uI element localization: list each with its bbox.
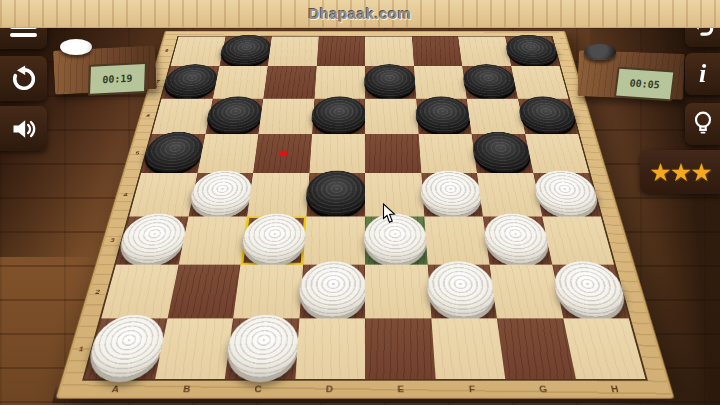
- square-c7[interactable]: [263, 66, 316, 98]
- square-f4[interactable]: [421, 173, 483, 216]
- white-player-clock: 00:19: [48, 38, 160, 96]
- square-g7[interactable]: [462, 66, 517, 98]
- square-c8[interactable]: [268, 37, 319, 67]
- restart-button[interactable]: [0, 56, 47, 101]
- square-f5[interactable]: [418, 134, 477, 173]
- square-h2[interactable]: [552, 265, 629, 319]
- file-label-b: B: [149, 381, 223, 397]
- square-c2[interactable]: [233, 265, 303, 319]
- square-e2[interactable]: [365, 265, 431, 319]
- square-e3[interactable]: [365, 216, 427, 264]
- mouse-cursor: [382, 203, 396, 224]
- white-checker-b4[interactable]: [187, 171, 254, 216]
- black-checker-f6[interactable]: [415, 97, 473, 134]
- square-b2[interactable]: [167, 265, 240, 319]
- square-a4[interactable]: [129, 173, 197, 216]
- square-c4[interactable]: [247, 173, 309, 216]
- stars: ★★★: [649, 160, 710, 185]
- black-clock-display: 00:05: [614, 67, 676, 102]
- square-f6[interactable]: [416, 99, 472, 135]
- site-banner-text: Dhapaak.com: [308, 5, 411, 22]
- square-g3[interactable]: [483, 216, 552, 264]
- square-e6[interactable]: [365, 99, 418, 135]
- square-d2[interactable]: [299, 265, 365, 319]
- white-clock-button: [60, 39, 92, 55]
- white-checker-h4[interactable]: [531, 171, 601, 216]
- black-clock-button: [584, 44, 616, 60]
- file-label-d: D: [293, 381, 365, 397]
- white-checker-a3[interactable]: [115, 214, 190, 264]
- square-h4[interactable]: [533, 173, 601, 216]
- difficulty-stars[interactable]: ★★★: [640, 150, 720, 194]
- square-c3[interactable]: [240, 216, 306, 264]
- star-1: ★: [649, 160, 669, 185]
- square-g5[interactable]: [472, 134, 533, 173]
- square-g6[interactable]: [467, 99, 525, 135]
- square-d8[interactable]: [316, 37, 365, 67]
- square-b7[interactable]: [212, 66, 267, 98]
- restart-icon: [10, 65, 38, 93]
- square-a3[interactable]: [116, 216, 188, 264]
- black-checker-g5[interactable]: [470, 132, 534, 173]
- square-a1[interactable]: [84, 318, 167, 379]
- square-h6[interactable]: [518, 99, 579, 135]
- star-3: ★: [690, 160, 710, 185]
- lightbulb-icon: [690, 110, 716, 138]
- square-f2[interactable]: [427, 265, 497, 319]
- black-checker-a7[interactable]: [161, 64, 221, 98]
- square-b3[interactable]: [178, 216, 247, 264]
- star-2: ★: [670, 160, 690, 185]
- square-d5[interactable]: [309, 134, 365, 173]
- square-f8[interactable]: [412, 37, 463, 67]
- square-h8[interactable]: [505, 37, 560, 67]
- square-a5[interactable]: [141, 134, 205, 173]
- square-h7[interactable]: [511, 66, 569, 98]
- file-label-c: C: [221, 381, 294, 397]
- square-g4[interactable]: [477, 173, 542, 216]
- square-g2[interactable]: [490, 265, 563, 319]
- square-e7[interactable]: [365, 66, 416, 98]
- black-checker-h8[interactable]: [503, 35, 560, 66]
- white-checker-d2[interactable]: [298, 262, 367, 318]
- square-d4[interactable]: [306, 173, 365, 216]
- square-c5[interactable]: [253, 134, 312, 173]
- black-checker-b6[interactable]: [204, 97, 264, 134]
- white-checker-f4[interactable]: [420, 171, 484, 216]
- white-checker-f2[interactable]: [426, 262, 498, 318]
- file-label-e: E: [365, 381, 437, 397]
- square-b1[interactable]: [155, 318, 233, 379]
- speaker-icon: [10, 115, 38, 143]
- sound-button[interactable]: [0, 106, 47, 151]
- square-a6[interactable]: [152, 99, 213, 135]
- square-f1[interactable]: [431, 318, 505, 379]
- square-c1[interactable]: [225, 318, 299, 379]
- black-checker-e7[interactable]: [364, 64, 417, 98]
- square-d3[interactable]: [303, 216, 365, 264]
- square-b4[interactable]: [188, 173, 253, 216]
- square-f3[interactable]: [424, 216, 490, 264]
- square-h5[interactable]: [525, 134, 589, 173]
- square-b8[interactable]: [219, 37, 272, 67]
- square-b5[interactable]: [197, 134, 258, 173]
- file-label-a: A: [77, 381, 152, 397]
- white-checker-e3[interactable]: [364, 214, 429, 264]
- black-checker-a5[interactable]: [140, 132, 206, 173]
- square-a8[interactable]: [170, 37, 225, 67]
- square-d7[interactable]: [314, 66, 365, 98]
- site-banner: Dhapaak.com: [0, 0, 720, 28]
- square-e1[interactable]: [365, 318, 435, 379]
- game-screen: Dhapaak.com 87654321 ABCDEFGH i: [0, 0, 720, 405]
- black-checker-d4[interactable]: [305, 171, 366, 216]
- square-h1[interactable]: [563, 318, 646, 379]
- black-checker-b8[interactable]: [218, 35, 273, 66]
- hint-button[interactable]: [685, 103, 720, 145]
- square-g1[interactable]: [497, 318, 575, 379]
- file-label-f: F: [436, 381, 509, 397]
- square-a7[interactable]: [162, 66, 220, 98]
- square-e8[interactable]: [365, 37, 414, 67]
- square-a2[interactable]: [101, 265, 178, 319]
- file-labels: ABCDEFGH: [77, 381, 652, 397]
- square-b6[interactable]: [205, 99, 263, 135]
- white-clock-display: 00:19: [88, 62, 147, 96]
- last-move-marker: [278, 150, 288, 156]
- white-checker-c3[interactable]: [239, 214, 307, 264]
- square-c6[interactable]: [258, 99, 314, 135]
- file-label-h: H: [577, 381, 652, 397]
- square-d6[interactable]: [312, 99, 365, 135]
- board-grid: [82, 36, 648, 381]
- square-e5[interactable]: [365, 134, 421, 173]
- black-checker-d6[interactable]: [311, 97, 366, 134]
- black-checker-h6[interactable]: [516, 97, 579, 134]
- black-player-clock: 00:05: [572, 42, 688, 102]
- white-checker-h2[interactable]: [550, 262, 630, 318]
- white-checker-c1[interactable]: [224, 315, 301, 378]
- black-checker-g7[interactable]: [461, 64, 518, 98]
- square-d1[interactable]: [295, 318, 365, 379]
- file-label-g: G: [507, 381, 581, 397]
- square-h3[interactable]: [542, 216, 614, 264]
- info-icon: i: [699, 61, 706, 87]
- square-f7[interactable]: [414, 66, 467, 98]
- square-g8[interactable]: [458, 37, 511, 67]
- info-button[interactable]: i: [685, 53, 720, 95]
